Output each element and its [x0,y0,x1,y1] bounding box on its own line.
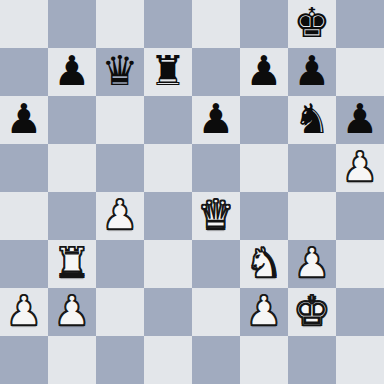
piece-white-pawn[interactable]: ♟ [294,239,331,287]
piece-white-rook[interactable]: ♜ [54,239,91,287]
square-c7[interactable]: ♛ [96,48,144,96]
square-b1[interactable] [48,336,96,384]
square-a6[interactable]: ♟ [0,96,48,144]
piece-black-queen[interactable]: ♛ [102,47,139,95]
square-g5[interactable] [288,144,336,192]
square-e2[interactable] [192,288,240,336]
square-g4[interactable] [288,192,336,240]
square-d7[interactable]: ♜ [144,48,192,96]
square-e5[interactable] [192,144,240,192]
square-f1[interactable] [240,336,288,384]
square-h5[interactable]: ♟ [336,144,384,192]
square-b3[interactable]: ♜ [48,240,96,288]
square-c6[interactable] [96,96,144,144]
square-a1[interactable] [0,336,48,384]
square-c4[interactable]: ♟ [96,192,144,240]
piece-white-pawn[interactable]: ♟ [342,143,379,191]
square-c8[interactable] [96,0,144,48]
piece-black-pawn[interactable]: ♟ [54,47,91,95]
square-d8[interactable] [144,0,192,48]
square-a5[interactable] [0,144,48,192]
piece-black-pawn[interactable]: ♟ [198,95,235,143]
piece-black-pawn[interactable]: ♟ [6,95,43,143]
square-c5[interactable] [96,144,144,192]
square-f5[interactable] [240,144,288,192]
square-f4[interactable] [240,192,288,240]
square-a4[interactable] [0,192,48,240]
square-h3[interactable] [336,240,384,288]
square-c2[interactable] [96,288,144,336]
piece-black-king[interactable]: ♚ [294,0,331,47]
square-c1[interactable] [96,336,144,384]
square-c3[interactable] [96,240,144,288]
piece-black-pawn[interactable]: ♟ [246,47,283,95]
piece-black-knight[interactable]: ♞ [294,95,331,143]
piece-black-pawn[interactable]: ♟ [294,47,331,95]
piece-white-pawn[interactable]: ♟ [54,287,91,335]
square-e3[interactable] [192,240,240,288]
square-a7[interactable] [0,48,48,96]
piece-white-pawn[interactable]: ♟ [6,287,43,335]
square-g2[interactable]: ♚ [288,288,336,336]
square-g6[interactable]: ♞ [288,96,336,144]
piece-white-pawn[interactable]: ♟ [246,287,283,335]
square-g7[interactable]: ♟ [288,48,336,96]
square-d1[interactable] [144,336,192,384]
square-g8[interactable]: ♚ [288,0,336,48]
square-d4[interactable] [144,192,192,240]
square-a2[interactable]: ♟ [0,288,48,336]
square-h2[interactable] [336,288,384,336]
square-e7[interactable] [192,48,240,96]
square-d6[interactable] [144,96,192,144]
square-b4[interactable] [48,192,96,240]
square-e6[interactable]: ♟ [192,96,240,144]
square-f8[interactable] [240,0,288,48]
square-e1[interactable] [192,336,240,384]
piece-black-rook[interactable]: ♜ [150,47,187,95]
square-f6[interactable] [240,96,288,144]
square-b6[interactable] [48,96,96,144]
piece-white-pawn[interactable]: ♟ [102,191,139,239]
square-b2[interactable]: ♟ [48,288,96,336]
square-h6[interactable]: ♟ [336,96,384,144]
square-e8[interactable] [192,0,240,48]
square-h7[interactable] [336,48,384,96]
square-g3[interactable]: ♟ [288,240,336,288]
square-b8[interactable] [48,0,96,48]
square-g1[interactable] [288,336,336,384]
square-e4[interactable]: ♛ [192,192,240,240]
square-d2[interactable] [144,288,192,336]
chess-board: ♚♟♛♜♟♟♟♟♞♟♟♟♛♜♞♟♟♟♟♚ [0,0,384,384]
square-b5[interactable] [48,144,96,192]
piece-white-king[interactable]: ♚ [294,287,331,335]
square-f7[interactable]: ♟ [240,48,288,96]
square-h4[interactable] [336,192,384,240]
square-h8[interactable] [336,0,384,48]
square-h1[interactable] [336,336,384,384]
square-f3[interactable]: ♞ [240,240,288,288]
square-b7[interactable]: ♟ [48,48,96,96]
square-f2[interactable]: ♟ [240,288,288,336]
square-a3[interactable] [0,240,48,288]
piece-black-pawn[interactable]: ♟ [342,95,379,143]
piece-white-queen[interactable]: ♛ [198,191,235,239]
square-d5[interactable] [144,144,192,192]
square-d3[interactable] [144,240,192,288]
square-a8[interactable] [0,0,48,48]
piece-white-knight[interactable]: ♞ [246,239,283,287]
